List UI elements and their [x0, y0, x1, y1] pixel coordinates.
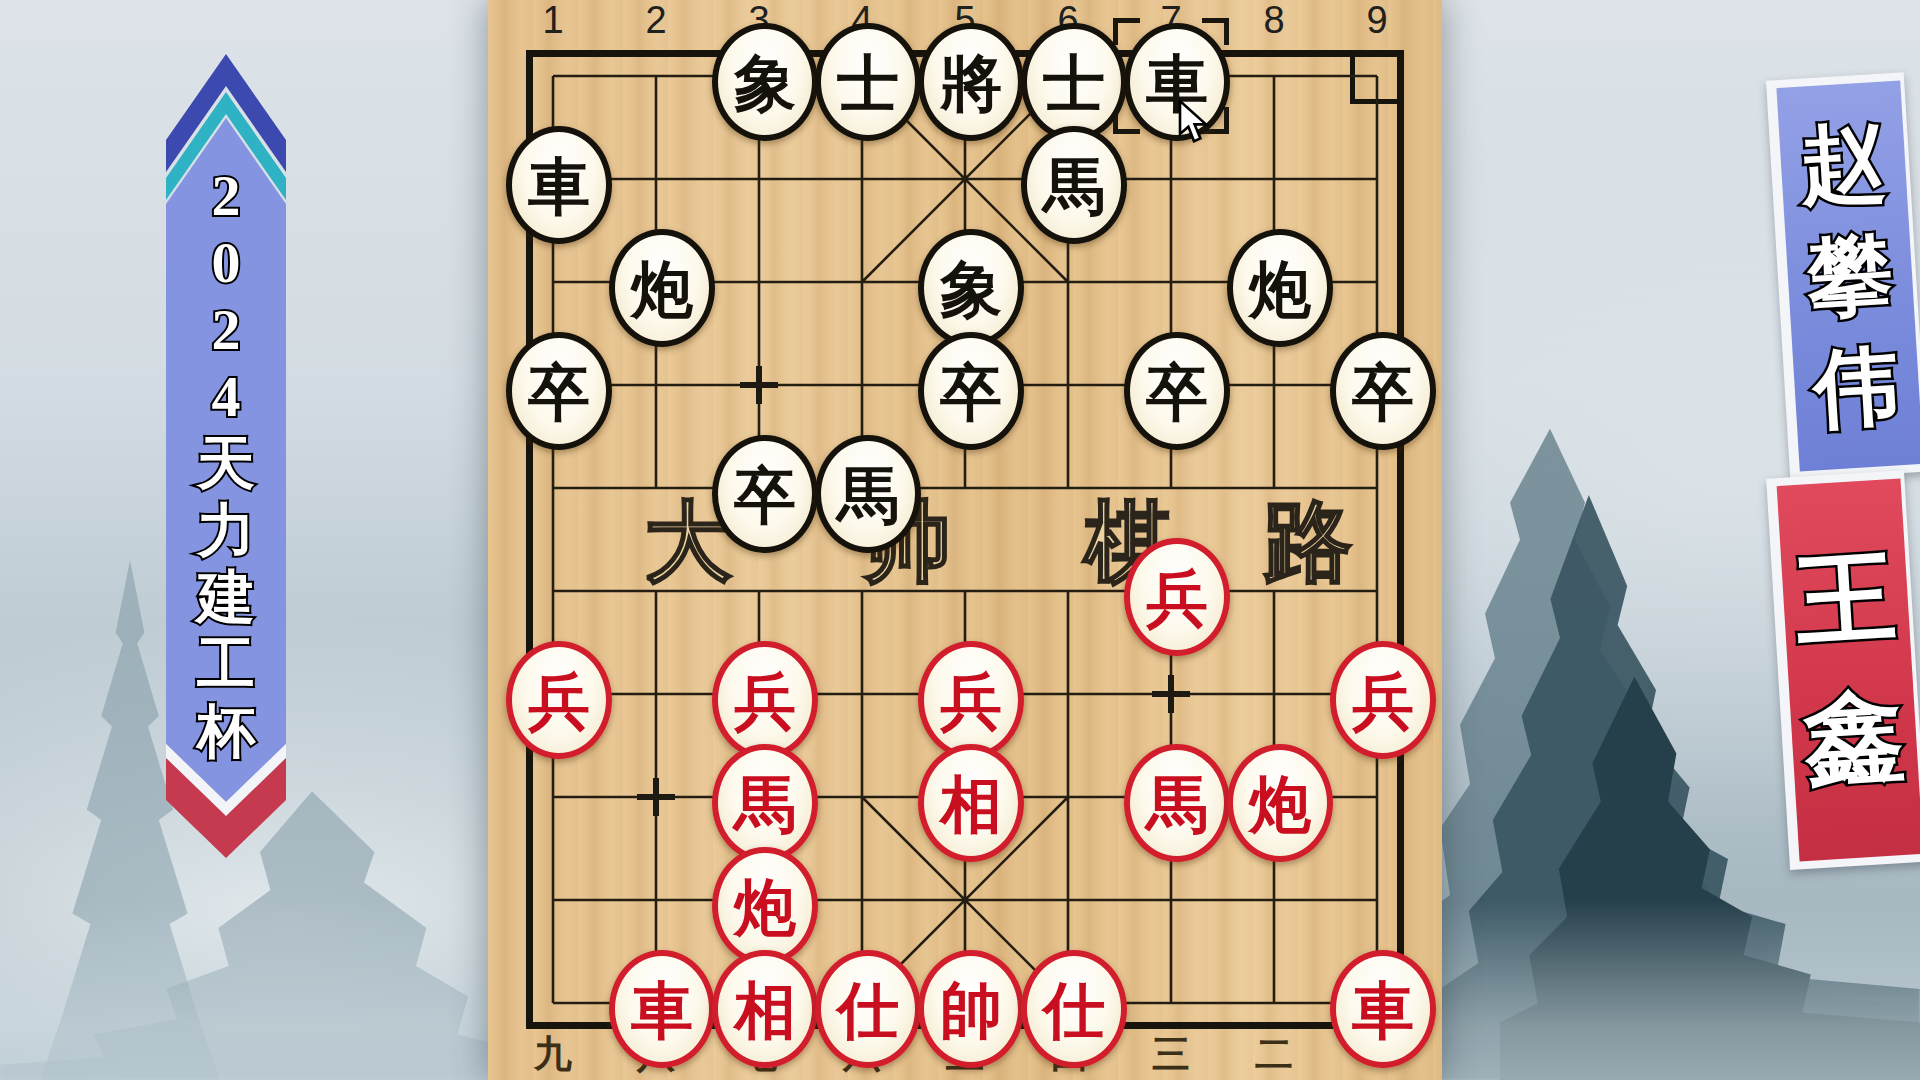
piece-black-general[interactable]: 將: [918, 23, 1024, 141]
piece-black-cannon[interactable]: 炮: [1227, 229, 1333, 347]
piece-red-elephant[interactable]: 相: [918, 744, 1024, 862]
player-banner-red: 王鑫: [1777, 479, 1920, 862]
piece-red-chariot[interactable]: 車: [609, 950, 715, 1068]
file-label-top: 1: [542, 0, 563, 42]
event-banner-char: 4: [212, 363, 241, 430]
piece-black-cannon[interactable]: 炮: [609, 229, 715, 347]
piece-black-advisor[interactable]: 士: [1021, 23, 1127, 141]
piece-black-pawn[interactable]: 卒: [1330, 332, 1436, 450]
piece-red-pawn[interactable]: 兵: [712, 641, 818, 759]
piece-red-horse[interactable]: 馬: [712, 744, 818, 862]
player-name-red: 王鑫: [1792, 527, 1909, 813]
file-label-top: 8: [1263, 0, 1284, 42]
player-name-char: 王: [1792, 527, 1900, 673]
event-banner-char: 杯: [197, 698, 255, 765]
mouse-cursor: [1178, 100, 1212, 148]
player-name-char: 鑫: [1800, 667, 1908, 813]
event-banner-char: 力: [197, 497, 255, 564]
file-label-bottom: 九: [534, 1029, 572, 1080]
file-label-bottom: 二: [1255, 1029, 1293, 1080]
piece-black-advisor[interactable]: 士: [815, 23, 921, 141]
point-marker: [1152, 675, 1190, 713]
piece-black-horse[interactable]: 馬: [815, 435, 921, 553]
piece-red-advisor[interactable]: 仕: [815, 950, 921, 1068]
event-banner-char: 2: [212, 162, 241, 229]
piece-black-horse[interactable]: 馬: [1021, 126, 1127, 244]
piece-red-cannon[interactable]: 炮: [1227, 744, 1333, 862]
piece-black-chariot[interactable]: 車: [506, 126, 612, 244]
corner-square-decoration: [1350, 52, 1402, 104]
piece-red-pawn[interactable]: 兵: [506, 641, 612, 759]
piece-red-pawn[interactable]: 兵: [1330, 641, 1436, 759]
piece-red-horse[interactable]: 馬: [1124, 744, 1230, 862]
file-label-top: 2: [645, 0, 666, 42]
event-banner: 2024天力建工杯: [166, 44, 286, 860]
player-name-char: 赵: [1797, 106, 1890, 223]
piece-red-cannon[interactable]: 炮: [712, 847, 818, 965]
event-banner-char: 2: [212, 296, 241, 363]
piece-red-elephant[interactable]: 相: [712, 950, 818, 1068]
piece-black-chariot[interactable]: 車: [1124, 23, 1230, 141]
point-marker: [637, 778, 675, 816]
player-banner-black: 赵攀伟: [1776, 81, 1920, 472]
piece-red-chariot[interactable]: 車: [1330, 950, 1436, 1068]
broadcast-screenshot: { "game": "xiangqi", "event_banner": { "…: [0, 0, 1920, 1080]
piece-red-general[interactable]: 帥: [918, 950, 1024, 1068]
piece-red-advisor[interactable]: 仕: [1021, 950, 1127, 1068]
piece-black-elephant[interactable]: 象: [712, 23, 818, 141]
file-label-top: 9: [1366, 0, 1387, 42]
point-marker: [740, 366, 778, 404]
event-banner-text: 2024天力建工杯: [166, 162, 286, 765]
board-frame: [526, 50, 1404, 1029]
event-banner-char: 建: [197, 564, 255, 631]
piece-red-pawn[interactable]: 兵: [918, 641, 1024, 759]
event-banner-char: 天: [197, 430, 255, 497]
player-name-char: 伟: [1810, 329, 1903, 446]
file-label-bottom: 三: [1152, 1029, 1190, 1080]
piece-black-pawn[interactable]: 卒: [918, 332, 1024, 450]
piece-black-elephant[interactable]: 象: [918, 229, 1024, 347]
piece-red-pawn[interactable]: 兵: [1124, 538, 1230, 656]
piece-black-pawn[interactable]: 卒: [506, 332, 612, 450]
player-name-char: 攀: [1804, 217, 1897, 334]
event-banner-char: 0: [212, 229, 241, 296]
piece-black-pawn[interactable]: 卒: [712, 435, 818, 553]
piece-black-pawn[interactable]: 卒: [1124, 332, 1230, 450]
event-banner-char: 工: [197, 631, 255, 698]
